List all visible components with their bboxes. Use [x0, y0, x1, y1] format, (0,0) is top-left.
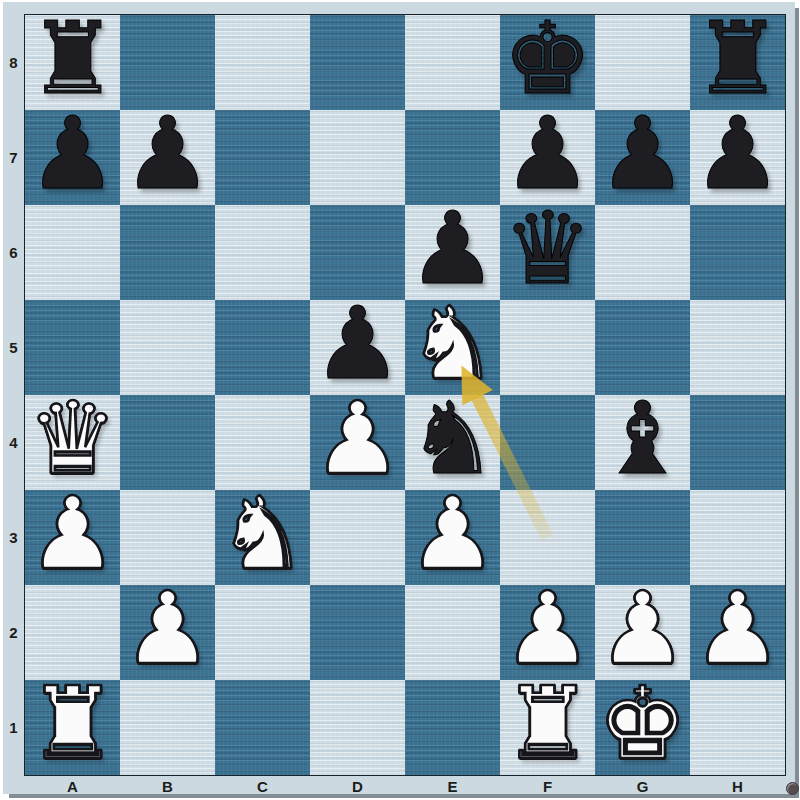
piece-black-pawn-h7[interactable]: ♟ [693, 106, 783, 201]
piece-black-pawn-b7[interactable]: ♟ [123, 106, 213, 201]
square-h6[interactable] [690, 205, 785, 300]
square-a1[interactable]: ♜ [25, 680, 120, 775]
piece-black-pawn-f7[interactable]: ♟ [503, 106, 593, 201]
square-c5[interactable] [215, 300, 310, 395]
square-h4[interactable] [690, 395, 785, 490]
piece-black-bishop-g4[interactable]: ♝ [598, 391, 688, 486]
piece-black-pawn-d5[interactable]: ♟ [313, 296, 403, 391]
square-e2[interactable] [405, 585, 500, 680]
square-b4[interactable] [120, 395, 215, 490]
piece-black-rook-a8[interactable]: ♜ [28, 11, 118, 106]
piece-white-pawn-b2[interactable]: ♟ [123, 581, 213, 676]
chess-diagram: 87654321 ♜♚♜♟♟♟♟♟♟♛♟♞♛♟♞♝♟♞♟♟♟♟♟♜♜♚ ABCD… [0, 0, 800, 800]
piece-white-rook-a1[interactable]: ♜ [28, 676, 118, 771]
square-c3[interactable]: ♞ [215, 490, 310, 585]
rank-label-2: 2 [3, 585, 24, 680]
piece-white-pawn-f2[interactable]: ♟ [503, 581, 593, 676]
square-g1[interactable]: ♚ [595, 680, 690, 775]
piece-white-pawn-a3[interactable]: ♟ [28, 486, 118, 581]
rank-labels: 87654321 [3, 15, 24, 775]
square-e1[interactable] [405, 680, 500, 775]
rank-label-3: 3 [3, 490, 24, 585]
file-label-c: C [215, 778, 310, 794]
piece-white-pawn-d4[interactable]: ♟ [313, 391, 403, 486]
rank-label-8: 8 [3, 15, 24, 110]
square-h7[interactable]: ♟ [690, 110, 785, 205]
board-frame: ♜♚♜♟♟♟♟♟♟♛♟♞♛♟♞♝♟♞♟♟♟♟♟♜♜♚ [24, 14, 786, 776]
piece-white-knight-c3[interactable]: ♞ [218, 486, 308, 581]
square-f6[interactable]: ♛ [500, 205, 595, 300]
square-f1[interactable]: ♜ [500, 680, 595, 775]
piece-black-pawn-a7[interactable]: ♟ [28, 106, 118, 201]
square-e8[interactable] [405, 15, 500, 110]
file-label-d: D [310, 778, 405, 794]
file-label-f: F [500, 778, 595, 794]
square-a3[interactable]: ♟ [25, 490, 120, 585]
square-c7[interactable] [215, 110, 310, 205]
file-label-g: G [595, 778, 690, 794]
square-h1[interactable] [690, 680, 785, 775]
piece-black-knight-e4[interactable]: ♞ [408, 391, 498, 486]
rank-label-1: 1 [3, 680, 24, 775]
square-h5[interactable] [690, 300, 785, 395]
square-e3[interactable]: ♟ [405, 490, 500, 585]
piece-white-rook-f1[interactable]: ♜ [503, 676, 593, 771]
square-c2[interactable] [215, 585, 310, 680]
square-b5[interactable] [120, 300, 215, 395]
square-g7[interactable]: ♟ [595, 110, 690, 205]
square-b2[interactable]: ♟ [120, 585, 215, 680]
square-d4[interactable]: ♟ [310, 395, 405, 490]
square-d1[interactable] [310, 680, 405, 775]
piece-white-pawn-g2[interactable]: ♟ [598, 581, 688, 676]
board-panel: 87654321 ♜♚♜♟♟♟♟♟♟♛♟♞♛♟♞♝♟♞♟♟♟♟♟♜♜♚ ABCD… [3, 2, 795, 794]
piece-black-rook-h8[interactable]: ♜ [693, 11, 783, 106]
piece-black-king-f8[interactable]: ♚ [503, 11, 593, 106]
piece-white-knight-e5[interactable]: ♞ [408, 296, 498, 391]
piece-white-pawn-e3[interactable]: ♟ [408, 486, 498, 581]
corner-dot [786, 782, 799, 795]
square-c1[interactable] [215, 680, 310, 775]
file-labels: ABCDEFGH [25, 778, 785, 794]
rank-label-5: 5 [3, 300, 24, 395]
square-d3[interactable] [310, 490, 405, 585]
file-label-e: E [405, 778, 500, 794]
square-d7[interactable] [310, 110, 405, 205]
chess-board: ♜♚♜♟♟♟♟♟♟♛♟♞♛♟♞♝♟♞♟♟♟♟♟♜♜♚ [25, 15, 785, 775]
piece-black-pawn-g7[interactable]: ♟ [598, 106, 688, 201]
square-b6[interactable] [120, 205, 215, 300]
piece-white-queen-a4[interactable]: ♛ [28, 391, 118, 486]
piece-black-queen-f6[interactable]: ♛ [503, 201, 593, 296]
file-label-a: A [25, 778, 120, 794]
piece-white-pawn-h2[interactable]: ♟ [693, 581, 783, 676]
square-h2[interactable]: ♟ [690, 585, 785, 680]
file-label-h: H [690, 778, 785, 794]
square-a6[interactable] [25, 205, 120, 300]
rank-label-4: 4 [3, 395, 24, 490]
square-f5[interactable] [500, 300, 595, 395]
square-f4[interactable] [500, 395, 595, 490]
square-c6[interactable] [215, 205, 310, 300]
file-label-b: B [120, 778, 215, 794]
square-a7[interactable]: ♟ [25, 110, 120, 205]
square-b1[interactable] [120, 680, 215, 775]
square-c8[interactable] [215, 15, 310, 110]
piece-white-king-g1[interactable]: ♚ [598, 676, 688, 771]
square-d8[interactable] [310, 15, 405, 110]
rank-label-7: 7 [3, 110, 24, 205]
piece-black-pawn-e6[interactable]: ♟ [408, 201, 498, 296]
square-g4[interactable]: ♝ [595, 395, 690, 490]
rank-label-6: 6 [3, 205, 24, 300]
square-b7[interactable]: ♟ [120, 110, 215, 205]
square-g6[interactable] [595, 205, 690, 300]
square-d2[interactable] [310, 585, 405, 680]
